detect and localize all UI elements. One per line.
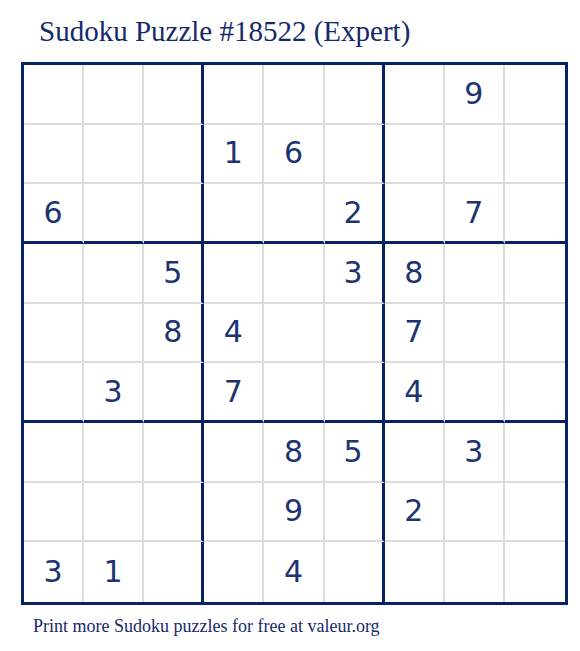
cell-r4c4[interactable] [204, 244, 264, 304]
cell-r8c6[interactable] [325, 483, 385, 543]
cell-r6c8[interactable] [445, 363, 505, 423]
cell-r4c2[interactable] [84, 244, 144, 304]
given-cell-r7c8[interactable]: 3 [445, 423, 505, 483]
cell-r3c7[interactable] [385, 184, 445, 244]
given-cell-r4c6[interactable]: 3 [325, 244, 385, 304]
cell-r4c5[interactable] [264, 244, 324, 304]
cell-r5c9[interactable] [505, 304, 565, 364]
cell-r5c8[interactable] [445, 304, 505, 364]
cell-r4c8[interactable] [445, 244, 505, 304]
cell-r7c2[interactable] [84, 423, 144, 483]
cell-r1c1[interactable] [24, 65, 84, 125]
cell-r1c7[interactable] [385, 65, 445, 125]
given-cell-r6c2[interactable]: 3 [84, 363, 144, 423]
page: Sudoku Puzzle #18522 (Expert) 9166275388… [0, 0, 580, 651]
cell-r7c3[interactable] [144, 423, 204, 483]
cell-r3c9[interactable] [505, 184, 565, 244]
given-cell-r5c7[interactable]: 7 [385, 304, 445, 364]
cell-r1c6[interactable] [325, 65, 385, 125]
cell-r8c3[interactable] [144, 483, 204, 543]
cell-r1c5[interactable] [264, 65, 324, 125]
cell-r3c3[interactable] [144, 184, 204, 244]
given-cell-r7c5[interactable]: 8 [264, 423, 324, 483]
cell-r8c1[interactable] [24, 483, 84, 543]
cell-r9c6[interactable] [325, 542, 385, 602]
cell-r2c7[interactable] [385, 125, 445, 185]
cell-r6c1[interactable] [24, 363, 84, 423]
given-cell-r3c6[interactable]: 2 [325, 184, 385, 244]
given-cell-r7c6[interactable]: 5 [325, 423, 385, 483]
cell-r9c8[interactable] [445, 542, 505, 602]
given-cell-r9c5[interactable]: 4 [264, 542, 324, 602]
cell-r5c6[interactable] [325, 304, 385, 364]
given-cell-r9c2[interactable]: 1 [84, 542, 144, 602]
given-cell-r8c7[interactable]: 2 [385, 483, 445, 543]
given-cell-r4c7[interactable]: 8 [385, 244, 445, 304]
cell-r8c4[interactable] [204, 483, 264, 543]
cell-r5c2[interactable] [84, 304, 144, 364]
cell-r9c7[interactable] [385, 542, 445, 602]
cell-r5c5[interactable] [264, 304, 324, 364]
cell-r8c2[interactable] [84, 483, 144, 543]
given-cell-r5c3[interactable]: 8 [144, 304, 204, 364]
cell-r7c7[interactable] [385, 423, 445, 483]
given-cell-r8c5[interactable]: 9 [264, 483, 324, 543]
given-cell-r6c7[interactable]: 4 [385, 363, 445, 423]
cell-r2c1[interactable] [24, 125, 84, 185]
cell-r8c9[interactable] [505, 483, 565, 543]
sudoku-board: 91662753884737485392314 [21, 62, 568, 605]
cell-r7c9[interactable] [505, 423, 565, 483]
cell-r1c2[interactable] [84, 65, 144, 125]
cell-r7c1[interactable] [24, 423, 84, 483]
cell-r1c3[interactable] [144, 65, 204, 125]
cell-r2c9[interactable] [505, 125, 565, 185]
cell-r8c8[interactable] [445, 483, 505, 543]
given-cell-r2c4[interactable]: 1 [204, 125, 264, 185]
cell-r2c2[interactable] [84, 125, 144, 185]
page-title: Sudoku Puzzle #18522 (Expert) [39, 15, 410, 48]
cell-r6c5[interactable] [264, 363, 324, 423]
cell-r1c4[interactable] [204, 65, 264, 125]
cell-r3c2[interactable] [84, 184, 144, 244]
cell-r7c4[interactable] [204, 423, 264, 483]
cell-r2c3[interactable] [144, 125, 204, 185]
given-cell-r5c4[interactable]: 4 [204, 304, 264, 364]
cell-r6c3[interactable] [144, 363, 204, 423]
cell-r5c1[interactable] [24, 304, 84, 364]
given-cell-r3c1[interactable]: 6 [24, 184, 84, 244]
given-cell-r4c3[interactable]: 5 [144, 244, 204, 304]
cell-r3c5[interactable] [264, 184, 324, 244]
cell-r6c6[interactable] [325, 363, 385, 423]
cell-r6c9[interactable] [505, 363, 565, 423]
cell-r9c4[interactable] [204, 542, 264, 602]
footer-text: Print more Sudoku puzzles for free at va… [33, 616, 380, 637]
cell-r3c4[interactable] [204, 184, 264, 244]
cell-r2c8[interactable] [445, 125, 505, 185]
cell-r4c9[interactable] [505, 244, 565, 304]
cell-r9c9[interactable] [505, 542, 565, 602]
given-cell-r6c4[interactable]: 7 [204, 363, 264, 423]
given-cell-r2c5[interactable]: 6 [264, 125, 324, 185]
cell-r1c9[interactable] [505, 65, 565, 125]
cell-r9c3[interactable] [144, 542, 204, 602]
given-cell-r9c1[interactable]: 3 [24, 542, 84, 602]
cell-r2c6[interactable] [325, 125, 385, 185]
cell-r4c1[interactable] [24, 244, 84, 304]
given-cell-r1c8[interactable]: 9 [445, 65, 505, 125]
given-cell-r3c8[interactable]: 7 [445, 184, 505, 244]
